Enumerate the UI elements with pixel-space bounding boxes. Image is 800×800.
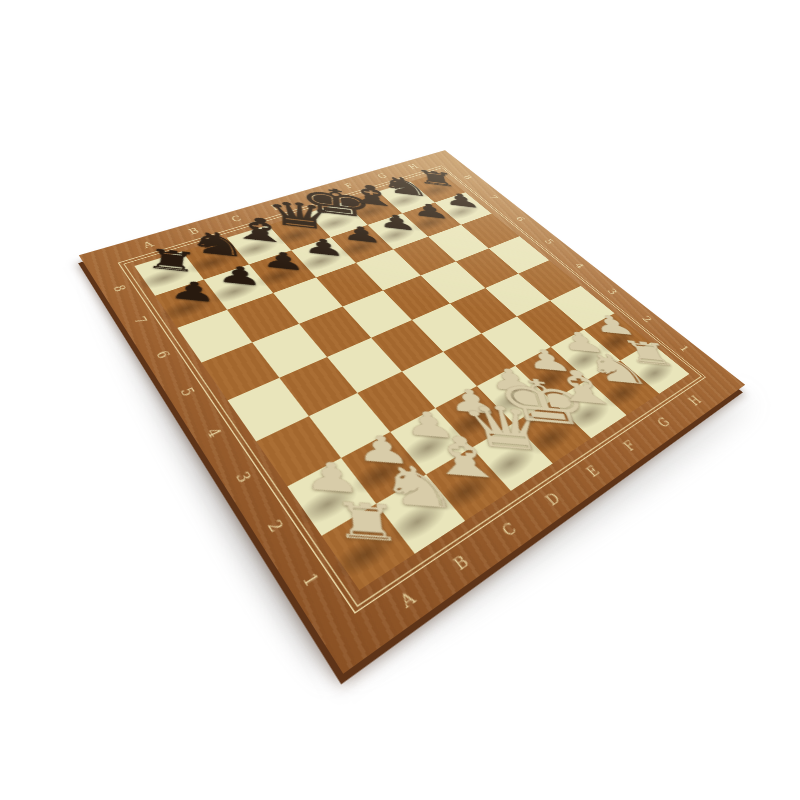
photo-background: AABBCCDDEEFFGGHH1122334455667788 ♜♞♝♛♚♝♞… [0,0,800,800]
chess-board: AABBCCDDEEFFGGHH1122334455667788 ♜♞♝♛♚♝♞… [79,150,745,673]
board-tilt-wrapper: AABBCCDDEEFFGGHH1122334455667788 ♜♞♝♛♚♝♞… [0,0,800,800]
